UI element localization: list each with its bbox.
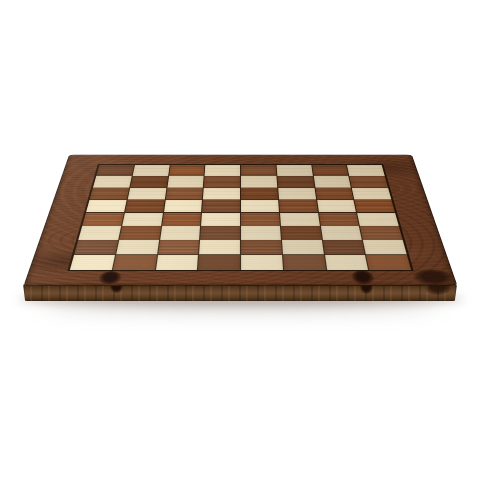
square-f5[interactable] (279, 200, 318, 212)
square-h1[interactable] (366, 255, 411, 270)
square-a7[interactable] (93, 176, 131, 187)
square-b3[interactable] (119, 226, 161, 240)
square-h5[interactable] (355, 200, 395, 212)
square-b4[interactable] (122, 213, 163, 226)
wood-knot-icon (411, 270, 456, 286)
square-g4[interactable] (319, 213, 360, 226)
square-g6[interactable] (315, 188, 354, 200)
square-g1[interactable] (325, 255, 369, 270)
square-c7[interactable] (167, 176, 204, 187)
square-a8[interactable] (96, 165, 134, 176)
square-d3[interactable] (200, 226, 240, 240)
square-a1[interactable] (70, 255, 115, 270)
square-e8[interactable] (241, 165, 276, 176)
square-e6[interactable] (241, 188, 278, 200)
square-g8[interactable] (312, 165, 349, 176)
square-d4[interactable] (201, 213, 240, 226)
square-b1[interactable] (113, 255, 157, 270)
square-e1[interactable] (241, 255, 283, 270)
square-h8[interactable] (347, 165, 385, 176)
square-a6[interactable] (90, 188, 129, 200)
square-g7[interactable] (313, 176, 351, 187)
square-f4[interactable] (280, 213, 320, 226)
square-g5[interactable] (317, 200, 357, 212)
square-h7[interactable] (350, 176, 388, 187)
square-c8[interactable] (169, 165, 205, 176)
square-d2[interactable] (199, 240, 240, 254)
square-e3[interactable] (241, 226, 281, 240)
square-b7[interactable] (130, 176, 168, 187)
square-c2[interactable] (158, 240, 200, 254)
square-e7[interactable] (241, 176, 277, 187)
square-h6[interactable] (352, 188, 391, 200)
square-f3[interactable] (281, 226, 322, 240)
square-g3[interactable] (320, 226, 362, 240)
square-c5[interactable] (164, 200, 203, 212)
square-d1[interactable] (198, 255, 240, 270)
square-c6[interactable] (165, 188, 203, 200)
square-e2[interactable] (241, 240, 282, 254)
square-b8[interactable] (132, 165, 169, 176)
wood-knot-icon (350, 270, 375, 284)
square-f2[interactable] (282, 240, 324, 254)
square-h3[interactable] (360, 226, 403, 240)
square-f8[interactable] (276, 165, 312, 176)
chess-board (24, 155, 458, 286)
board-frame (24, 155, 458, 286)
square-a5[interactable] (86, 200, 126, 212)
square-d7[interactable] (204, 176, 240, 187)
board-field (67, 164, 413, 270)
square-h4[interactable] (357, 213, 398, 226)
square-b2[interactable] (116, 240, 159, 254)
square-e5[interactable] (241, 200, 279, 212)
square-f6[interactable] (278, 188, 316, 200)
square-b5[interactable] (125, 200, 165, 212)
square-f1[interactable] (283, 255, 326, 270)
square-d5[interactable] (202, 200, 240, 212)
square-c4[interactable] (162, 213, 202, 226)
square-h2[interactable] (363, 240, 407, 254)
square-f7[interactable] (277, 176, 314, 187)
square-g2[interactable] (322, 240, 365, 254)
square-e4[interactable] (241, 213, 280, 226)
board-side-face (23, 284, 457, 301)
square-d8[interactable] (205, 165, 240, 176)
square-b6[interactable] (127, 188, 166, 200)
product-photo-stage (0, 0, 480, 480)
square-d6[interactable] (203, 188, 240, 200)
square-a4[interactable] (82, 213, 123, 226)
square-a2[interactable] (74, 240, 118, 254)
square-a3[interactable] (78, 226, 121, 240)
square-c1[interactable] (155, 255, 198, 270)
wood-knot-icon (97, 271, 122, 285)
square-c3[interactable] (160, 226, 201, 240)
